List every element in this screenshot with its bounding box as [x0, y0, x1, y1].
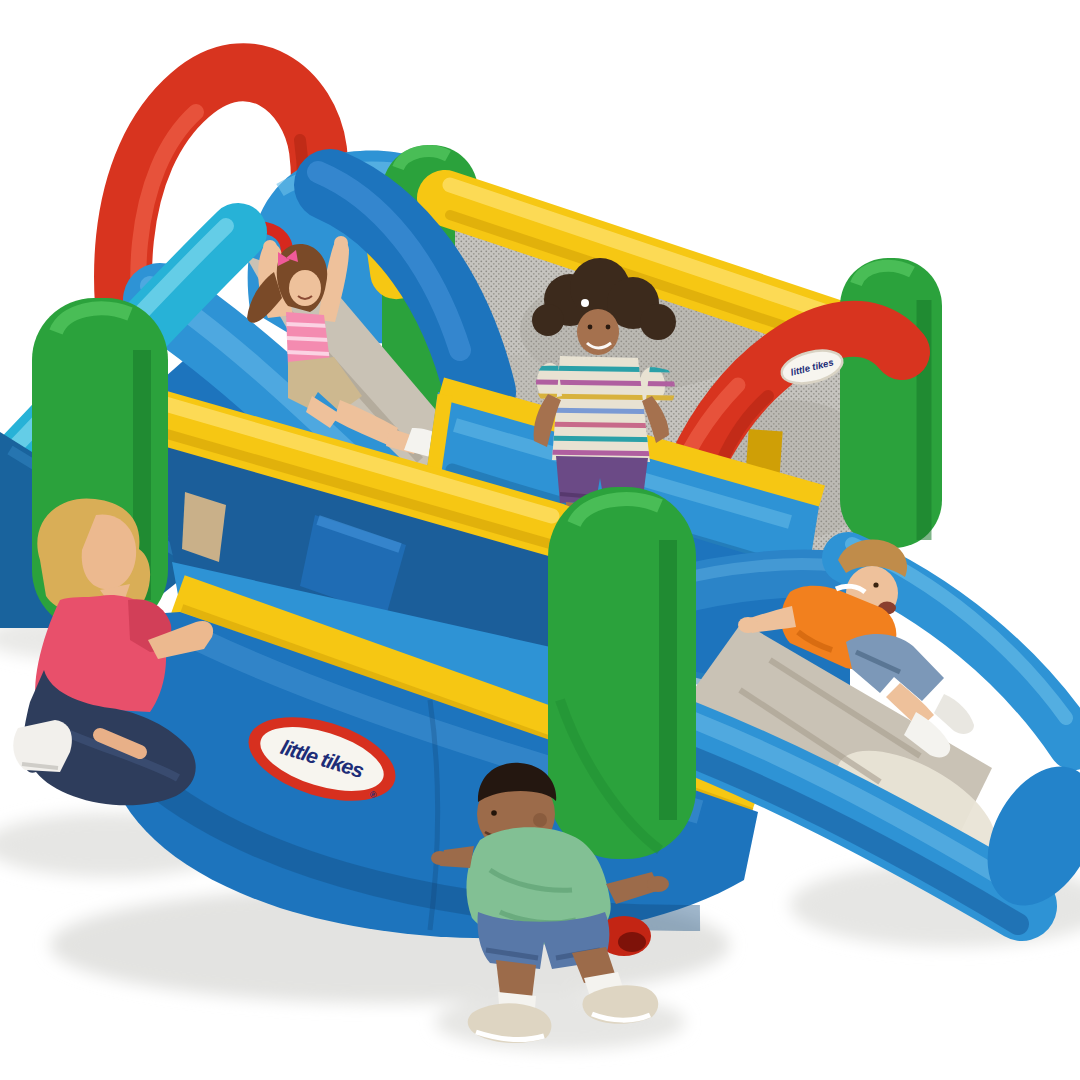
- ear: [533, 813, 547, 827]
- stripe: [534, 368, 676, 370]
- hair: [532, 304, 564, 336]
- hand: [334, 236, 348, 250]
- hand: [431, 851, 449, 865]
- face: [289, 270, 321, 306]
- eye: [491, 810, 497, 816]
- hand: [263, 240, 277, 254]
- leg: [496, 960, 536, 998]
- blower-shade: [618, 932, 646, 952]
- hair: [640, 304, 676, 340]
- bounce-house-product-photo: little tikes: [0, 0, 1080, 1080]
- sock: [934, 694, 974, 734]
- stripe: [534, 382, 676, 384]
- hand: [738, 617, 758, 633]
- eye: [873, 582, 878, 587]
- eye: [606, 325, 611, 330]
- hand: [647, 876, 669, 892]
- hairband-sparkle: [581, 299, 589, 307]
- scene-canvas: little tikes: [0, 0, 1080, 1080]
- front-center-pillar: [548, 487, 696, 859]
- eye: [588, 325, 593, 330]
